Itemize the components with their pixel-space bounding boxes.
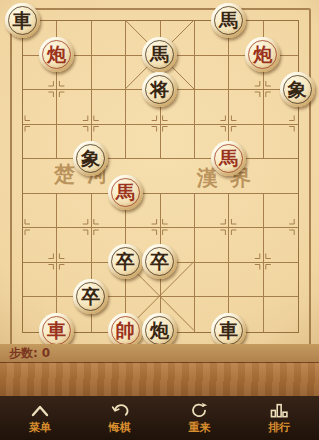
xiangqi-app: 楚河 漢界 車馬炮馬炮将象象馬馬卒卒卒車帥炮車 步数: 0 菜单 悔棋 — [0, 0, 319, 440]
move-counter: 步数: 0 — [0, 344, 319, 362]
piece-red[interactable]: 炮 — [39, 37, 74, 72]
restart-arrow-icon — [188, 402, 210, 418]
piece-red[interactable]: 車 — [39, 313, 74, 348]
piece-black[interactable]: 車 — [5, 3, 40, 38]
piece-black[interactable]: 炮 — [142, 313, 177, 348]
piece-character: 炮 — [47, 45, 66, 64]
piece-character: 卒 — [116, 252, 135, 271]
piece-black[interactable]: 将 — [142, 72, 177, 107]
piece-black[interactable]: 卒 — [73, 279, 108, 314]
piece-character: 炮 — [253, 45, 272, 64]
bar-chart-icon — [268, 402, 290, 418]
bottom-toolbar: 菜单 悔棋 重来 排行 — [0, 396, 319, 440]
piece-character: 馬 — [150, 45, 169, 64]
piece-red[interactable]: 馬 — [108, 175, 143, 210]
piece-character: 車 — [47, 321, 66, 340]
piece-black[interactable]: 卒 — [108, 244, 143, 279]
piece-character: 帥 — [116, 321, 135, 340]
piece-character: 車 — [219, 321, 238, 340]
undo-move-button[interactable]: 悔棋 — [80, 396, 160, 440]
move-counter-value: 0 — [42, 346, 50, 360]
undo-arrow-icon — [109, 402, 131, 418]
piece-black[interactable]: 車 — [211, 313, 246, 348]
piece-character: 馬 — [116, 183, 135, 202]
piece-character: 象 — [81, 149, 100, 168]
menu-chevron-icon — [29, 402, 51, 418]
piece-black[interactable]: 馬 — [142, 37, 177, 72]
piece-character: 車 — [13, 11, 32, 30]
piece-character: 卒 — [150, 252, 169, 271]
piece-black[interactable]: 卒 — [142, 244, 177, 279]
ranking-button[interactable]: 排行 — [239, 396, 319, 440]
piece-character: 炮 — [150, 321, 169, 340]
restart-button[interactable]: 重来 — [160, 396, 240, 440]
piece-character: 将 — [150, 80, 169, 99]
piece-black[interactable]: 馬 — [211, 3, 246, 38]
piece-character: 馬 — [219, 11, 238, 30]
ranking-button-label: 排行 — [268, 420, 290, 435]
piece-character: 卒 — [81, 287, 100, 306]
piece-black[interactable]: 象 — [73, 141, 108, 176]
piece-red[interactable]: 炮 — [245, 37, 280, 72]
piece-character: 象 — [288, 80, 307, 99]
menu-button-label: 菜单 — [29, 420, 51, 435]
piece-red[interactable]: 馬 — [211, 141, 246, 176]
move-counter-label: 步数: — [9, 345, 38, 362]
undo-move-button-label: 悔棋 — [109, 420, 131, 435]
menu-button[interactable]: 菜单 — [0, 396, 80, 440]
piece-red[interactable]: 帥 — [108, 313, 143, 348]
piece-black[interactable]: 象 — [280, 72, 315, 107]
piece-character: 馬 — [219, 149, 238, 168]
wood-table-edge — [0, 362, 319, 397]
restart-button-label: 重来 — [188, 420, 210, 435]
